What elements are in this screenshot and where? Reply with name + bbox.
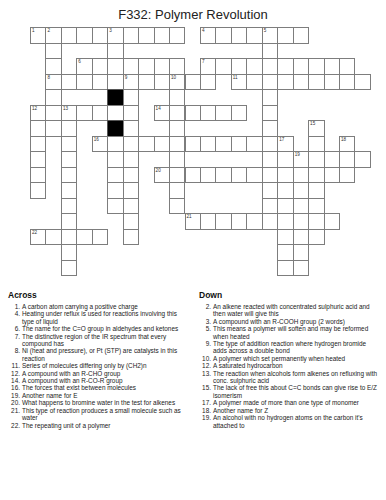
grid-cell[interactable] bbox=[277, 74, 293, 91]
grid-cell[interactable] bbox=[123, 151, 139, 168]
clue-text: A carbon atom carrying a positive charge bbox=[22, 303, 189, 310]
grid-cell[interactable] bbox=[262, 58, 278, 75]
grid-cell[interactable] bbox=[185, 105, 201, 122]
grid-cell[interactable] bbox=[61, 151, 77, 168]
grid-cell[interactable] bbox=[324, 151, 340, 168]
clue-number: 21. bbox=[8, 407, 22, 422]
grid-cell[interactable] bbox=[61, 244, 77, 261]
grid-cell[interactable] bbox=[277, 213, 293, 230]
grid-cell[interactable]: 17 bbox=[277, 136, 293, 153]
grid-cell[interactable] bbox=[30, 167, 46, 184]
grid-cell[interactable] bbox=[76, 74, 92, 91]
grid-cell[interactable] bbox=[262, 167, 278, 184]
clue-number: 11. bbox=[8, 362, 22, 369]
grid-cell[interactable] bbox=[293, 167, 309, 184]
clue-text: An alcohol with no hydrogen atoms on the… bbox=[213, 414, 380, 429]
grid-cell[interactable] bbox=[61, 136, 77, 153]
cell-number: 4 bbox=[202, 28, 205, 33]
grid-cell[interactable] bbox=[277, 260, 293, 277]
clue-item: 6.The name for the C=O group in aldehyde… bbox=[8, 325, 189, 332]
grid-cell[interactable] bbox=[123, 58, 139, 75]
grid-cell[interactable] bbox=[277, 58, 293, 75]
clue-text: Another name for E bbox=[22, 392, 189, 399]
clue-number: 4. bbox=[8, 310, 22, 325]
clue-text: The name for the C=O group in aldehydes … bbox=[22, 325, 189, 332]
grid-cell[interactable] bbox=[231, 213, 247, 230]
grid-cell[interactable] bbox=[61, 260, 77, 277]
grid-cell[interactable] bbox=[215, 105, 231, 122]
cell-number: 3 bbox=[109, 28, 112, 33]
grid-cell[interactable] bbox=[246, 167, 262, 184]
grid-cell[interactable] bbox=[169, 105, 185, 122]
grid-cell[interactable] bbox=[293, 260, 309, 277]
grid-cell[interactable] bbox=[200, 167, 216, 184]
clue-number: 9. bbox=[199, 340, 213, 355]
clue-number: 20. bbox=[8, 399, 22, 406]
grid-cell[interactable] bbox=[61, 167, 77, 184]
grid-cell[interactable] bbox=[277, 151, 293, 168]
clue-number: 22. bbox=[8, 422, 22, 429]
across-clue-list: 1.A carbon atom carrying a positive char… bbox=[8, 303, 189, 429]
grid-cell[interactable] bbox=[169, 136, 185, 153]
clue-item: 4.Heating under reflux is used for react… bbox=[8, 310, 189, 325]
clue-number: 12. bbox=[8, 370, 22, 377]
clue-text: Series of molecules differing only by (C… bbox=[22, 362, 189, 369]
grid-cell[interactable] bbox=[200, 74, 216, 91]
grid-cell[interactable]: 18 bbox=[339, 136, 355, 153]
cell-number: 17 bbox=[279, 137, 284, 142]
grid-cell[interactable] bbox=[293, 182, 309, 199]
clue-item: 12.A compound with an R-CHO group bbox=[8, 370, 189, 377]
grid-cell[interactable]: 19 bbox=[293, 151, 309, 168]
cell-number: 22 bbox=[32, 230, 37, 235]
clue-text: The distinctive region of the IR spectru… bbox=[22, 333, 189, 348]
clue-item: 8.Ni (heat and pressure), or Pt (STP) ar… bbox=[8, 347, 189, 362]
grid-cell[interactable]: 10 bbox=[169, 74, 185, 91]
grid-cell[interactable] bbox=[92, 27, 108, 44]
grid-cell[interactable] bbox=[308, 58, 324, 75]
clue-text: A polymer which set permanently when hea… bbox=[213, 355, 380, 362]
cell-number: 18 bbox=[341, 137, 346, 142]
grid-cell[interactable] bbox=[92, 74, 108, 91]
grid-cell[interactable] bbox=[107, 74, 123, 91]
cell-number: 12 bbox=[32, 106, 37, 111]
grid-cell[interactable] bbox=[231, 105, 247, 122]
grid-cell[interactable] bbox=[308, 182, 324, 199]
clue-text: A compound with an R-CO-R group bbox=[22, 377, 189, 384]
crossword-grid: 12345678910111213141516171819202122 bbox=[30, 27, 370, 276]
grid-cell[interactable] bbox=[246, 58, 262, 75]
clue-text: Heating under reflux is used for reactio… bbox=[22, 310, 189, 325]
grid-cell[interactable] bbox=[107, 182, 123, 199]
across-clues: Across 1.A carbon atom carrying a positi… bbox=[8, 290, 189, 429]
grid-cell[interactable] bbox=[246, 27, 262, 44]
grid-cell[interactable] bbox=[200, 105, 216, 122]
grid-cell[interactable] bbox=[185, 167, 201, 184]
across-header: Across bbox=[8, 290, 189, 300]
grid-cell[interactable] bbox=[308, 198, 324, 215]
grid-cell[interactable] bbox=[200, 213, 216, 230]
grid-cell[interactable] bbox=[92, 58, 108, 75]
grid-cell[interactable] bbox=[339, 167, 355, 184]
grid-cell[interactable] bbox=[215, 136, 231, 153]
clue-text: Ni (heat and pressure), or Pt (STP) are … bbox=[22, 347, 189, 362]
clue-text: An alkene reacted with concentrated sulp… bbox=[213, 303, 380, 318]
clue-number: 1. bbox=[8, 303, 22, 310]
clue-item: 14.A compound with an R-CO-R group bbox=[8, 377, 189, 384]
clue-item: 22.The repeating unit of a polymer bbox=[8, 422, 189, 429]
clue-text: The type of addition reaction where hydr… bbox=[213, 340, 380, 355]
clue-text: A polymer made of more than one type of … bbox=[213, 399, 380, 406]
clue-number: 13. bbox=[199, 370, 213, 385]
grid-cell[interactable] bbox=[324, 167, 340, 184]
cell-number: 13 bbox=[63, 106, 68, 111]
grid-cell[interactable] bbox=[30, 136, 46, 153]
grid-cell[interactable] bbox=[324, 213, 340, 230]
grid-cell[interactable] bbox=[123, 89, 139, 106]
grid-cell[interactable] bbox=[169, 198, 185, 215]
clue-item: 20.What happens to bromine water in the … bbox=[8, 399, 189, 406]
grid-cell[interactable] bbox=[215, 27, 231, 44]
grid-cell[interactable]: 16 bbox=[92, 136, 108, 153]
clue-item: 7.The distinctive region of the IR spect… bbox=[8, 333, 189, 348]
clue-item: 16.The forces that exist between molecul… bbox=[8, 384, 189, 391]
grid-cell[interactable] bbox=[277, 27, 293, 44]
clue-item: 15.The lack of free this about C=C bonds… bbox=[199, 384, 380, 399]
grid-cell[interactable] bbox=[231, 136, 247, 153]
grid-cell[interactable] bbox=[45, 58, 61, 75]
clue-item: 21.This type of reaction produces a smal… bbox=[8, 407, 189, 422]
grid-cell[interactable] bbox=[123, 198, 139, 215]
down-clue-list: 2.An alkene reacted with concentrated su… bbox=[199, 303, 380, 429]
grid-cell[interactable] bbox=[215, 58, 231, 75]
clue-text: This means a polymer will soften and may… bbox=[213, 325, 380, 340]
clue-text: What happens to bromine water in the tes… bbox=[22, 399, 189, 406]
grid-cell[interactable] bbox=[354, 151, 370, 168]
grid-cell[interactable] bbox=[246, 213, 262, 230]
grid-cell[interactable] bbox=[293, 27, 309, 44]
grid-cell[interactable] bbox=[185, 136, 201, 153]
grid-cell[interactable] bbox=[169, 89, 185, 106]
grid-cell[interactable] bbox=[61, 198, 77, 215]
cell-number: 15 bbox=[310, 121, 315, 126]
grid-cell[interactable] bbox=[262, 198, 278, 215]
grid-cell[interactable] bbox=[200, 136, 216, 153]
clue-number: 6. bbox=[8, 325, 22, 332]
cell-number: 7 bbox=[202, 59, 205, 64]
grid-cell[interactable] bbox=[339, 74, 355, 91]
clue-number: 12. bbox=[199, 362, 213, 369]
clue-text: The reaction when alcohols form alkenes … bbox=[213, 370, 380, 385]
clue-item: 9.The type of addition reaction where hy… bbox=[199, 340, 380, 355]
grid-cell[interactable] bbox=[308, 136, 324, 153]
clue-number: 16. bbox=[8, 384, 22, 391]
grid-cell[interactable]: 20 bbox=[154, 167, 170, 184]
grid-cell[interactable]: 11 bbox=[231, 74, 247, 91]
cell-number: 14 bbox=[156, 106, 161, 111]
cell-number: 6 bbox=[78, 59, 81, 64]
grid-cell[interactable] bbox=[262, 182, 278, 199]
grid-cell[interactable] bbox=[138, 74, 154, 91]
grid-cell[interactable] bbox=[154, 58, 170, 75]
clue-item: 10.A polymer which set permanently when … bbox=[199, 355, 380, 362]
grid-cell[interactable] bbox=[169, 182, 185, 199]
grid-cell[interactable]: 13 bbox=[61, 105, 77, 122]
grid-cell[interactable] bbox=[61, 27, 77, 44]
puzzle-title: F332: Polymer Revolution bbox=[0, 7, 386, 22]
clue-number: 15. bbox=[199, 384, 213, 399]
grid-cell[interactable] bbox=[107, 136, 123, 153]
cell-number: 11 bbox=[233, 75, 238, 80]
grid-cell[interactable] bbox=[215, 213, 231, 230]
grid-cell[interactable] bbox=[107, 43, 123, 60]
clue-item: 19.An alcohol with no hydrogen atoms on … bbox=[199, 414, 380, 429]
grid-cell[interactable] bbox=[30, 120, 46, 137]
grid-cell[interactable] bbox=[123, 105, 139, 122]
black-cell bbox=[107, 89, 123, 106]
grid-cell[interactable] bbox=[293, 74, 309, 91]
grid-cell[interactable] bbox=[308, 167, 324, 184]
clue-text: A compound with an R-COOH group (2 words… bbox=[213, 318, 380, 325]
grid-cell[interactable] bbox=[92, 229, 108, 246]
clue-lists: Across 1.A carbon atom carrying a positi… bbox=[8, 290, 380, 429]
grid-cell[interactable] bbox=[215, 167, 231, 184]
clue-number: 3. bbox=[199, 318, 213, 325]
grid-cell[interactable] bbox=[277, 229, 293, 246]
grid-cell[interactable] bbox=[123, 27, 139, 44]
clue-item: 18.Another name for Z bbox=[199, 407, 380, 414]
grid-cell[interactable]: 9 bbox=[123, 74, 139, 91]
grid-cell[interactable] bbox=[308, 213, 324, 230]
grid-cell[interactable] bbox=[45, 89, 61, 106]
grid-cell[interactable] bbox=[246, 136, 262, 153]
grid-cell[interactable] bbox=[262, 43, 278, 60]
clue-number: 14. bbox=[8, 377, 22, 384]
grid-cell[interactable] bbox=[169, 27, 185, 44]
grid-cell[interactable] bbox=[339, 58, 355, 75]
grid-cell[interactable] bbox=[154, 27, 170, 44]
cell-number: 21 bbox=[187, 214, 192, 219]
clue-text: A saturated hydrocarbon bbox=[213, 362, 380, 369]
clue-text: The forces that exist between molecules bbox=[22, 384, 189, 391]
grid-cell[interactable] bbox=[354, 74, 370, 91]
clue-number: 5. bbox=[199, 325, 213, 340]
grid-cell[interactable] bbox=[262, 105, 278, 122]
black-cell bbox=[107, 120, 123, 137]
cell-number: 20 bbox=[156, 168, 161, 173]
grid-cell[interactable] bbox=[169, 58, 185, 75]
grid-cell[interactable] bbox=[277, 198, 293, 215]
grid-cell[interactable] bbox=[262, 151, 278, 168]
clue-number: 18. bbox=[199, 407, 213, 414]
grid-cell[interactable] bbox=[308, 151, 324, 168]
grid-cell[interactable]: 8 bbox=[45, 74, 61, 91]
grid-cell[interactable] bbox=[45, 229, 61, 246]
grid-cell[interactable] bbox=[262, 120, 278, 137]
grid-cell[interactable] bbox=[277, 182, 293, 199]
grid-cell[interactable] bbox=[107, 167, 123, 184]
grid-cell[interactable] bbox=[185, 74, 201, 91]
grid-cell[interactable] bbox=[123, 182, 139, 199]
grid-cell[interactable] bbox=[107, 151, 123, 168]
down-header: Down bbox=[199, 290, 380, 300]
grid-cell[interactable] bbox=[308, 74, 324, 91]
grid-cell[interactable] bbox=[92, 105, 108, 122]
clue-number: 7. bbox=[8, 333, 22, 348]
clue-item: 5.This means a polymer will soften and m… bbox=[199, 325, 380, 340]
clue-item: 11.Series of molecules differing only by… bbox=[8, 362, 189, 369]
grid-cell[interactable] bbox=[308, 229, 324, 246]
grid-cell[interactable] bbox=[169, 167, 185, 184]
grid-cell[interactable]: 14 bbox=[154, 105, 170, 122]
clue-item: 2.An alkene reacted with concentrated su… bbox=[199, 303, 380, 318]
grid-cell[interactable] bbox=[76, 27, 92, 44]
grid-cell[interactable] bbox=[45, 120, 61, 137]
grid-cell[interactable] bbox=[293, 229, 309, 246]
grid-cell[interactable]: 1 bbox=[30, 27, 46, 44]
clue-text: A compound with an R-CHO group bbox=[22, 370, 189, 377]
clue-text: This type of reaction produces a small m… bbox=[22, 407, 189, 422]
grid-cell[interactable] bbox=[262, 136, 278, 153]
grid-cell[interactable] bbox=[293, 244, 309, 261]
grid-cell[interactable] bbox=[262, 74, 278, 91]
grid-cell[interactable] bbox=[123, 167, 139, 184]
clue-text: The lack of free this about C=C bonds ca… bbox=[213, 384, 380, 399]
clue-number: 8. bbox=[8, 347, 22, 362]
cell-number: 2 bbox=[47, 28, 50, 33]
cell-number: 10 bbox=[171, 75, 176, 80]
cell-number: 9 bbox=[125, 75, 128, 80]
grid-cell[interactable] bbox=[262, 89, 278, 106]
grid-cell[interactable] bbox=[262, 213, 278, 230]
grid-cell[interactable]: 5 bbox=[262, 27, 278, 44]
grid-cell[interactable] bbox=[277, 167, 293, 184]
down-clues: Down 2.An alkene reacted with concentrat… bbox=[199, 290, 380, 429]
grid-cell[interactable] bbox=[277, 244, 293, 261]
clue-item: 19.Another name for E bbox=[8, 392, 189, 399]
grid-cell[interactable] bbox=[123, 120, 139, 137]
grid-cell[interactable] bbox=[123, 213, 139, 230]
grid-cell[interactable] bbox=[231, 58, 247, 75]
grid-cell[interactable] bbox=[45, 43, 61, 60]
clue-number: 10. bbox=[199, 355, 213, 362]
grid-cell[interactable] bbox=[107, 105, 123, 122]
cell-number: 1 bbox=[32, 28, 35, 33]
grid-cell[interactable]: 2 bbox=[45, 27, 61, 44]
crossword-page: F332: Polymer Revolution 123456789101112… bbox=[0, 0, 386, 500]
grid-cell[interactable] bbox=[231, 27, 247, 44]
grid-cell[interactable]: 22 bbox=[30, 229, 46, 246]
grid-cell[interactable] bbox=[45, 105, 61, 122]
clue-text: The repeating unit of a polymer bbox=[22, 422, 189, 429]
grid-cell[interactable] bbox=[324, 74, 340, 91]
grid-cell[interactable] bbox=[324, 58, 340, 75]
grid-cell[interactable] bbox=[76, 105, 92, 122]
clue-item: 13.The reaction when alcohols form alken… bbox=[199, 370, 380, 385]
cell-number: 8 bbox=[47, 75, 50, 80]
grid-cell[interactable] bbox=[154, 136, 170, 153]
clue-item: 3.A compound with an R-COOH group (2 wor… bbox=[199, 318, 380, 325]
grid-cell[interactable]: 21 bbox=[185, 213, 201, 230]
cell-number: 19 bbox=[295, 152, 300, 157]
clue-number: 19. bbox=[199, 414, 213, 429]
grid-cell[interactable] bbox=[61, 213, 77, 230]
clue-item: 17.A polymer made of more than one type … bbox=[199, 399, 380, 406]
grid-cell[interactable] bbox=[293, 213, 309, 230]
grid-cell[interactable] bbox=[107, 58, 123, 75]
cell-number: 16 bbox=[94, 137, 99, 142]
grid-cell[interactable] bbox=[61, 229, 77, 246]
grid-cell[interactable] bbox=[246, 74, 262, 91]
grid-cell[interactable] bbox=[61, 120, 77, 137]
grid-cell[interactable] bbox=[138, 136, 154, 153]
grid-cell[interactable] bbox=[169, 151, 185, 168]
grid-cell[interactable] bbox=[61, 182, 77, 199]
clue-number: 2. bbox=[199, 303, 213, 318]
clue-item: 12.A saturated hydrocarbon bbox=[199, 362, 380, 369]
grid-cell[interactable] bbox=[138, 58, 154, 75]
grid-cell[interactable] bbox=[169, 120, 185, 137]
grid-cell[interactable]: 3 bbox=[107, 27, 123, 44]
grid-cell[interactable] bbox=[138, 27, 154, 44]
grid-cell[interactable] bbox=[76, 229, 92, 246]
grid-cell[interactable] bbox=[339, 151, 355, 168]
grid-cell[interactable]: 12 bbox=[30, 105, 46, 122]
grid-cell[interactable] bbox=[123, 229, 139, 246]
grid-cell[interactable]: 15 bbox=[308, 120, 324, 137]
grid-cell[interactable]: 4 bbox=[200, 27, 216, 44]
grid-cell[interactable] bbox=[231, 167, 247, 184]
grid-cell[interactable] bbox=[123, 136, 139, 153]
grid-cell[interactable] bbox=[30, 151, 46, 168]
clue-number: 19. bbox=[8, 392, 22, 399]
grid-cell[interactable] bbox=[30, 182, 46, 199]
clue-text: Another name for Z bbox=[213, 407, 380, 414]
grid-cell[interactable] bbox=[154, 74, 170, 91]
grid-cell[interactable] bbox=[61, 74, 77, 91]
clue-number: 17. bbox=[199, 399, 213, 406]
grid-cell[interactable] bbox=[293, 58, 309, 75]
grid-cell[interactable]: 6 bbox=[76, 58, 92, 75]
grid-cell[interactable] bbox=[107, 198, 123, 215]
cell-number: 5 bbox=[264, 28, 267, 33]
clue-item: 1.A carbon atom carrying a positive char… bbox=[8, 303, 189, 310]
grid-cell[interactable] bbox=[293, 198, 309, 215]
grid-cell[interactable]: 7 bbox=[200, 58, 216, 75]
